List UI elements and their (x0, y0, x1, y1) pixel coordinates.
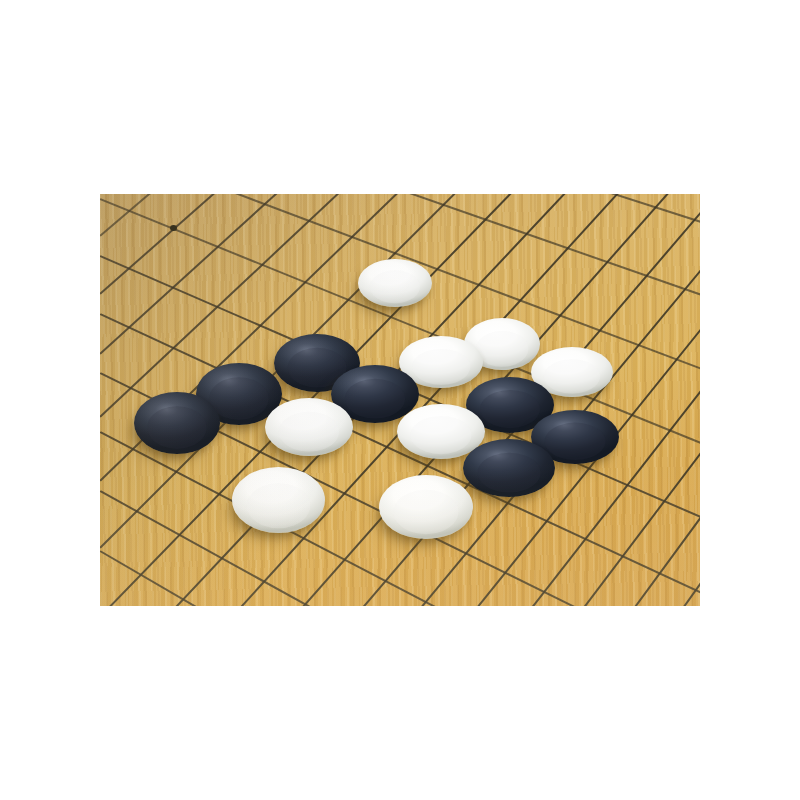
board-photo: ●●●●●●●●●●●●●●● (100, 194, 700, 606)
page-background: ●●●●●●●●●●●●●●● (0, 0, 800, 800)
lighting-overlay (100, 194, 700, 606)
